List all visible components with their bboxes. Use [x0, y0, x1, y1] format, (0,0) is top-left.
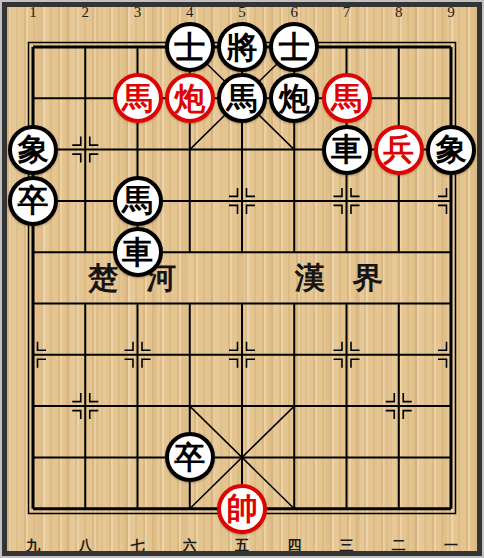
piece-red-general[interactable]: 帥 [217, 484, 267, 534]
piece-black-horse[interactable]: 馬 [113, 176, 163, 226]
piece-black-horse[interactable]: 馬 [217, 73, 267, 123]
piece-black-advisor[interactable]: 士 [269, 22, 319, 72]
piece-black-chariot[interactable]: 車 [322, 125, 372, 175]
piece-black-advisor[interactable]: 士 [165, 22, 215, 72]
piece-black-soldier[interactable]: 卒 [8, 176, 58, 226]
piece-red-cannon[interactable]: 炮 [165, 73, 215, 123]
xiangqi-board[interactable]: 楚河 漢界 123456789九八七六五四三二一士將士馬炮馬炮馬象車兵象卒馬車卒… [7, 7, 477, 551]
piece-red-horse[interactable]: 馬 [113, 73, 163, 123]
piece-black-elephant[interactable]: 象 [8, 125, 58, 175]
piece-red-soldier[interactable]: 兵 [374, 125, 424, 175]
piece-black-elephant[interactable]: 象 [426, 125, 476, 175]
piece-black-chariot[interactable]: 車 [113, 227, 163, 277]
piece-red-horse[interactable]: 馬 [322, 73, 372, 123]
piece-black-general[interactable]: 將 [217, 22, 267, 72]
window-frame: 楚河 漢界 123456789九八七六五四三二一士將士馬炮馬炮馬象車兵象卒馬車卒… [0, 0, 484, 558]
piece-black-soldier[interactable]: 卒 [165, 432, 215, 482]
